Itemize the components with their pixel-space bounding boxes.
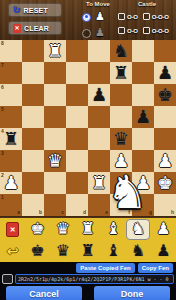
square-f4[interactable]: ♛: [110, 128, 132, 150]
position-editor-screen: ↻ RESET ✕ CLEAR To Move ♟ ♟ Castle O-O: [0, 0, 176, 300]
square-b1[interactable]: b: [22, 194, 44, 216]
square-a8[interactable]: 8: [0, 40, 22, 62]
tray-white-pawn[interactable]: ♟: [151, 219, 175, 240]
square-g7[interactable]: [132, 62, 154, 84]
square-a6[interactable]: 6: [0, 84, 22, 106]
castle-black-row: O-O O-O-O: [118, 26, 176, 35]
square-h1[interactable]: h: [154, 194, 176, 216]
rank-label: 5: [1, 107, 4, 112]
castle-kingside-label: O-O: [127, 28, 138, 34]
square-g8[interactable]: [132, 40, 154, 62]
white-pawn-icon: ♟: [95, 11, 105, 23]
square-b6[interactable]: [22, 84, 44, 106]
castle-label: Castle: [118, 1, 176, 7]
square-d5[interactable]: [66, 106, 88, 128]
black-pawn-piece[interactable]: ♟: [135, 106, 151, 128]
white-queen-piece[interactable]: ♛: [47, 150, 63, 172]
square-a1[interactable]: 1a: [0, 194, 22, 216]
castle-kingside-label: O-O: [127, 14, 138, 20]
black-knight-piece[interactable]: ♞: [113, 40, 129, 62]
square-f8[interactable]: ♞: [110, 40, 132, 62]
white-rook-icon: ♜: [81, 219, 95, 239]
fen-row: [2, 274, 174, 284]
file-label: d: [83, 210, 86, 215]
tray-white-rook[interactable]: ♜: [76, 219, 100, 240]
black-pawn-icon: ♟: [156, 241, 170, 261]
square-d3[interactable]: [66, 150, 88, 172]
to-move-radio-white[interactable]: [82, 13, 91, 22]
square-a4[interactable]: 4♜: [0, 128, 22, 150]
bottom-panel: Paste Copied Fen Copy Fen Cancel Done: [0, 262, 176, 300]
white-pawn-icon: ♟: [156, 219, 170, 239]
tray-white-king[interactable]: ♚: [26, 219, 50, 240]
square-e8[interactable]: [88, 40, 110, 62]
castle-white-row: O-O O-O-O: [118, 12, 176, 21]
tray-black-queen[interactable]: ♛: [51, 240, 75, 261]
square-f7[interactable]: ♜: [110, 62, 132, 84]
castle-black-queenside-checkbox[interactable]: [143, 27, 150, 34]
square-c2[interactable]: [44, 172, 66, 194]
tray-black-rook[interactable]: ♜: [76, 240, 100, 261]
black-pawn-piece[interactable]: ♟: [157, 62, 173, 84]
file-label: a: [17, 210, 20, 215]
square-h5[interactable]: [154, 106, 176, 128]
file-label: h: [171, 210, 174, 215]
tray-black-knight[interactable]: ♞: [126, 240, 150, 261]
castle-white-kingside-checkbox[interactable]: [118, 13, 125, 20]
rank-label: 4: [1, 129, 4, 134]
rank-label: 8: [1, 41, 4, 46]
square-h8[interactable]: [154, 40, 176, 62]
square-g6[interactable]: [132, 84, 154, 106]
white-queen-icon: ♛: [56, 219, 70, 239]
square-h4[interactable]: [154, 128, 176, 150]
square-b3[interactable]: [22, 150, 44, 172]
square-h3[interactable]: ♟: [154, 150, 176, 172]
square-c6[interactable]: [44, 84, 66, 106]
square-b2[interactable]: [22, 172, 44, 194]
black-bishop-icon: ♝: [106, 241, 120, 261]
undo-icon: ↩: [7, 242, 19, 260]
square-a3[interactable]: 3: [0, 150, 22, 172]
square-c8[interactable]: ♜: [44, 40, 66, 62]
clear-button-label: CLEAR: [24, 25, 49, 32]
square-g5[interactable]: ♟: [132, 106, 154, 128]
copy-fen-button[interactable]: Copy Fen: [138, 263, 173, 273]
rank-label: 3: [1, 151, 4, 156]
white-piece-row: ✕ ♚♛♜♝♞♟: [0, 219, 176, 240]
dragged-white-knight[interactable]: ♞: [99, 167, 155, 217]
white-king-piece[interactable]: ♚: [157, 172, 173, 194]
black-queen-piece[interactable]: ♛: [113, 128, 129, 150]
tray-white-bishop[interactable]: ♝: [101, 219, 125, 240]
tray-black-bishop[interactable]: ♝: [101, 240, 125, 261]
square-d1[interactable]: d: [66, 194, 88, 216]
tray-white-queen[interactable]: ♛: [51, 219, 75, 240]
castle-queenside-label: O-O-O: [152, 28, 169, 34]
square-d8[interactable]: [66, 40, 88, 62]
white-rook-piece[interactable]: ♜: [47, 40, 63, 62]
square-b7[interactable]: [22, 62, 44, 84]
done-button[interactable]: Done: [94, 286, 170, 300]
rank-label: 2: [1, 173, 4, 178]
trash-icon: ✕: [6, 222, 19, 237]
file-label: c: [61, 210, 64, 215]
square-c7[interactable]: [44, 62, 66, 84]
square-f5[interactable]: [110, 106, 132, 128]
to-move-label: To Move: [76, 1, 120, 7]
white-pawn-piece[interactable]: ♟: [3, 172, 19, 194]
square-e4[interactable]: [88, 128, 110, 150]
castle-white-queenside-checkbox[interactable]: [143, 13, 150, 20]
square-b4[interactable]: [22, 128, 44, 150]
castle-queenside-label: O-O-O: [152, 14, 169, 20]
to-move-white-row: ♟: [82, 11, 120, 23]
reset-button-label: RESET: [24, 7, 48, 14]
black-pawn-icon: ♟: [95, 27, 105, 39]
to-move-group: To Move ♟ ♟: [76, 1, 120, 39]
black-queen-icon: ♛: [56, 241, 70, 261]
rank-label: 7: [1, 63, 4, 68]
square-d4[interactable]: [66, 128, 88, 150]
to-move-black-row: ♟: [82, 27, 120, 39]
tray-white-knight[interactable]: ♞: [126, 219, 150, 240]
square-c3[interactable]: ♛: [44, 150, 66, 172]
square-c5[interactable]: [44, 106, 66, 128]
white-pawn-piece[interactable]: ♟: [157, 150, 173, 172]
fen-button-row: Paste Copied Fen Copy Fen: [2, 263, 173, 273]
black-king-icon: ♚: [31, 241, 45, 261]
cancel-button[interactable]: Cancel: [6, 286, 82, 300]
fen-input[interactable]: [15, 274, 174, 284]
action-row: Cancel Done: [2, 284, 174, 300]
square-c1[interactable]: c: [44, 194, 66, 216]
piece-tray: ✕ ♚♛♜♝♞♟ ↩ ♚♛♜♝♞♟: [0, 218, 176, 262]
square-d2[interactable]: [66, 172, 88, 194]
tray-black-pawn[interactable]: ♟: [151, 240, 175, 261]
rank-label: 1: [1, 195, 4, 200]
square-f6[interactable]: [110, 84, 132, 106]
black-king-piece[interactable]: ♚: [157, 84, 173, 106]
square-b8[interactable]: [22, 40, 44, 62]
black-knight-icon: ♞: [131, 241, 145, 261]
top-control-bar: ↻ RESET ✕ CLEAR To Move ♟ ♟ Castle O-O: [0, 0, 176, 40]
square-b5[interactable]: [22, 106, 44, 128]
rank-label: 6: [1, 85, 4, 90]
square-a5[interactable]: 5: [0, 106, 22, 128]
square-a7[interactable]: 7: [0, 62, 22, 84]
square-e7[interactable]: [88, 62, 110, 84]
black-rook-piece[interactable]: ♜: [113, 62, 129, 84]
board-area: 8♜♞7♜♟6♟♚5♟4♜♛3♛♟♟2♟♜♟♚1abcdefgh ♞: [0, 40, 176, 216]
black-rook-icon: ♜: [81, 241, 95, 261]
square-h2[interactable]: ♚: [154, 172, 176, 194]
square-c4[interactable]: [44, 128, 66, 150]
tray-black-king[interactable]: ♚: [26, 240, 50, 261]
square-h7[interactable]: ♟: [154, 62, 176, 84]
square-d6[interactable]: [66, 84, 88, 106]
clipboard-icon: [2, 274, 13, 284]
castle-group: Castle O-O O-O-O O-O O-O-O: [118, 1, 176, 35]
square-d7[interactable]: [66, 62, 88, 84]
square-a2[interactable]: 2♟: [0, 172, 22, 194]
white-bishop-icon: ♝: [106, 219, 120, 239]
square-e6[interactable]: ♟: [88, 84, 110, 106]
paste-fen-button[interactable]: Paste Copied Fen: [76, 263, 134, 273]
clear-button[interactable]: ✕ CLEAR: [8, 21, 62, 35]
clear-icon: ✕: [13, 24, 21, 33]
reset-button[interactable]: ↻ RESET: [8, 3, 62, 17]
square-e5[interactable]: [88, 106, 110, 128]
white-knight-icon: ♞: [131, 219, 145, 239]
white-king-icon: ♚: [31, 219, 45, 239]
square-h6[interactable]: ♚: [154, 84, 176, 106]
castle-black-kingside-checkbox[interactable]: [118, 27, 125, 34]
to-move-radio-black[interactable]: [82, 29, 91, 38]
square-g4[interactable]: [132, 128, 154, 150]
tray-delete-tool[interactable]: ✕: [1, 219, 25, 240]
black-pawn-piece[interactable]: ♟: [91, 84, 107, 106]
black-piece-row: ↩ ♚♛♜♝♞♟: [0, 240, 176, 261]
file-label: b: [39, 210, 42, 215]
reset-icon: ↻: [13, 6, 21, 15]
tray-undo-tool[interactable]: ↩: [1, 240, 25, 261]
black-rook-piece[interactable]: ♜: [3, 128, 19, 150]
